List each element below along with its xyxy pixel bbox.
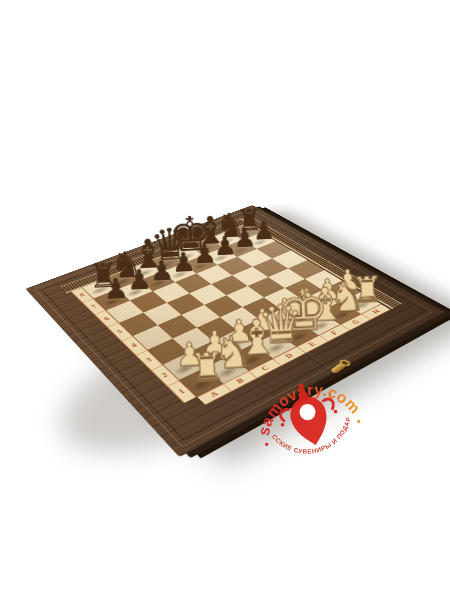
square-d5 <box>189 284 226 305</box>
piece-black-pawn: ♟ <box>102 275 128 304</box>
piece-black-pawn: ♟ <box>126 266 152 295</box>
piece-black-pawn: ♟ <box>171 249 196 277</box>
piece-black-pawn: ♟ <box>149 257 175 285</box>
samovary-watermark: samovary.com РУССКИЕ СУВЕНИРЫ И ПОДАРКИ <box>243 358 379 494</box>
watermark-dot-right <box>357 420 361 424</box>
product-photo-canvas: { "game": "chess", "scene": "folding wal… <box>0 0 450 600</box>
watermark-dot-left <box>265 442 269 446</box>
wooden-chess-box: 87654321 ABCDEFGH ♜♞♝♛♚♝♞♜♟♟♟♟♟♟♟♟♟♟♟♟♟♟… <box>25 205 444 457</box>
piece-white-rook: ♜ <box>187 346 225 388</box>
